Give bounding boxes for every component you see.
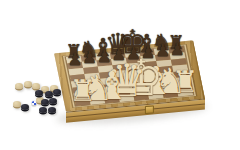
small-die — [32, 101, 37, 106]
dark-checker-disc — [45, 91, 53, 97]
light-checker-disc — [13, 101, 21, 107]
board-squares — [66, 46, 193, 106]
square-g1 — [163, 90, 179, 98]
dark-checker-disc — [48, 107, 56, 113]
dark-checker-disc — [49, 98, 57, 104]
product-photo-wooden-chess-set: ♜♞♝♚♛♟♝♟♞♟♜♟♟♟♟♟♟♟♟♟♟♜♟♞♟♝♟♚♛♝♞♜ — [0, 0, 240, 150]
dark-checker-disc — [21, 104, 29, 110]
light-checker-disc — [24, 81, 32, 87]
square-e1 — [133, 93, 149, 101]
square-f1 — [148, 92, 164, 100]
square-h1 — [177, 89, 193, 97]
light-checker-disc — [32, 83, 40, 89]
dark-checker-disc — [41, 99, 49, 105]
square-a1 — [75, 99, 91, 107]
dark-checker-disc — [39, 107, 47, 113]
square-b1 — [89, 97, 105, 105]
square-c1 — [104, 96, 120, 104]
dark-checker-disc — [53, 89, 61, 95]
light-checker-disc — [15, 83, 23, 89]
dark-checker-disc — [35, 90, 43, 96]
square-d1 — [119, 94, 135, 102]
brass-clasp-icon — [145, 105, 154, 114]
